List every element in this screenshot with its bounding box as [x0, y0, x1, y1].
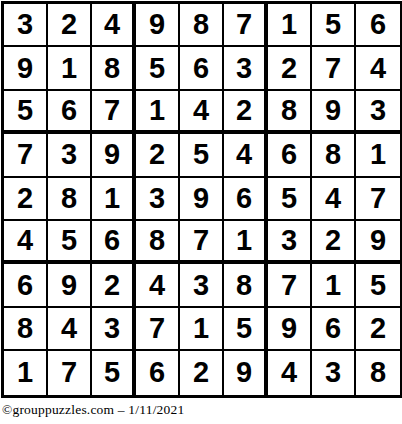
- sudoku-cell-r1c6: 7: [224, 4, 268, 47]
- sudoku-cell-r1c9: 6: [356, 4, 400, 47]
- sudoku-cell-r7c4: 4: [136, 264, 180, 307]
- sudoku-cell-r9c2: 7: [48, 351, 92, 394]
- sudoku-cell-r5c3: 1: [92, 178, 136, 221]
- sudoku-cell-r5c4: 3: [136, 178, 180, 221]
- sudoku-cell-r2c1: 9: [4, 47, 48, 90]
- sudoku-cell-r9c6: 9: [224, 351, 268, 394]
- sudoku-cell-r3c9: 3: [356, 91, 400, 134]
- sudoku-cell-r5c8: 4: [312, 178, 356, 221]
- sudoku-cell-r1c3: 4: [92, 4, 136, 47]
- sudoku-cell-r2c5: 6: [180, 47, 224, 90]
- sudoku-cell-r8c1: 8: [4, 308, 48, 351]
- sudoku-cell-r1c5: 8: [180, 4, 224, 47]
- sudoku-cell-r5c5: 9: [180, 178, 224, 221]
- sudoku-cell-r8c2: 4: [48, 308, 92, 351]
- sudoku-cell-r6c4: 8: [136, 221, 180, 264]
- sudoku-cell-r4c6: 4: [224, 134, 268, 177]
- sudoku-cell-r8c6: 5: [224, 308, 268, 351]
- sudoku-cell-r6c7: 3: [268, 221, 312, 264]
- sudoku-cell-r4c7: 6: [268, 134, 312, 177]
- sudoku-cell-r6c2: 5: [48, 221, 92, 264]
- sudoku-cell-r9c3: 5: [92, 351, 136, 394]
- sudoku-cell-r3c6: 2: [224, 91, 268, 134]
- sudoku-cell-r8c9: 2: [356, 308, 400, 351]
- sudoku-cell-r1c1: 3: [4, 4, 48, 47]
- sudoku-cell-r8c8: 6: [312, 308, 356, 351]
- sudoku-cell-r4c2: 3: [48, 134, 92, 177]
- sudoku-cell-r6c6: 1: [224, 221, 268, 264]
- sudoku-cell-r6c5: 7: [180, 221, 224, 264]
- sudoku-cell-r6c1: 4: [4, 221, 48, 264]
- sudoku-cell-r7c9: 5: [356, 264, 400, 307]
- sudoku-cell-r3c3: 7: [92, 91, 136, 134]
- sudoku-cell-r4c3: 9: [92, 134, 136, 177]
- sudoku-cell-r6c3: 6: [92, 221, 136, 264]
- sudoku-cell-r5c6: 6: [224, 178, 268, 221]
- sudoku-cell-r3c1: 5: [4, 91, 48, 134]
- sudoku-cell-r2c2: 1: [48, 47, 92, 90]
- sudoku-cell-r7c6: 8: [224, 264, 268, 307]
- sudoku-board: 3249871569185632745671428937392546812813…: [1, 1, 402, 398]
- sudoku-cell-r1c8: 5: [312, 4, 356, 47]
- sudoku-cell-r7c5: 3: [180, 264, 224, 307]
- sudoku-cell-r3c4: 1: [136, 91, 180, 134]
- sudoku-cell-r9c4: 6: [136, 351, 180, 394]
- sudoku-cell-r8c5: 1: [180, 308, 224, 351]
- sudoku-cell-r4c9: 1: [356, 134, 400, 177]
- sudoku-cell-r1c7: 1: [268, 4, 312, 47]
- sudoku-cell-r6c8: 2: [312, 221, 356, 264]
- sudoku-cell-r2c9: 4: [356, 47, 400, 90]
- sudoku-cell-r9c7: 4: [268, 351, 312, 394]
- sudoku-cell-r5c7: 5: [268, 178, 312, 221]
- sudoku-cell-r7c3: 2: [92, 264, 136, 307]
- sudoku-cell-r1c2: 2: [48, 4, 92, 47]
- sudoku-cell-r7c7: 7: [268, 264, 312, 307]
- sudoku-cell-r6c9: 9: [356, 221, 400, 264]
- sudoku-cell-r7c1: 6: [4, 264, 48, 307]
- sudoku-cell-r1c4: 9: [136, 4, 180, 47]
- sudoku-cell-r2c7: 2: [268, 47, 312, 90]
- copyright-text: ©grouppuzzles.com – 1/11/2021: [1, 402, 401, 418]
- sudoku-cell-r5c9: 7: [356, 178, 400, 221]
- sudoku-cell-r4c5: 5: [180, 134, 224, 177]
- sudoku-cell-r9c9: 8: [356, 351, 400, 394]
- sudoku-cell-r9c8: 3: [312, 351, 356, 394]
- sudoku-cell-r8c4: 7: [136, 308, 180, 351]
- sudoku-cell-r5c2: 8: [48, 178, 92, 221]
- sudoku-cell-r9c5: 2: [180, 351, 224, 394]
- sudoku-cell-r3c8: 9: [312, 91, 356, 134]
- sudoku-cell-r3c2: 6: [48, 91, 92, 134]
- sudoku-cell-r4c8: 8: [312, 134, 356, 177]
- sudoku-cell-r4c4: 2: [136, 134, 180, 177]
- sudoku-cell-r9c1: 1: [4, 351, 48, 394]
- sudoku-cell-r7c8: 1: [312, 264, 356, 307]
- sudoku-cell-r2c4: 5: [136, 47, 180, 90]
- sudoku-cell-r5c1: 2: [4, 178, 48, 221]
- sudoku-cell-r8c7: 9: [268, 308, 312, 351]
- sudoku-cell-r2c3: 8: [92, 47, 136, 90]
- sudoku-cell-r2c6: 3: [224, 47, 268, 90]
- sudoku-cell-r4c1: 7: [4, 134, 48, 177]
- sudoku-cell-r7c2: 9: [48, 264, 92, 307]
- sudoku-cell-r3c7: 8: [268, 91, 312, 134]
- sudoku-cell-r3c5: 4: [180, 91, 224, 134]
- sudoku-cell-r2c8: 7: [312, 47, 356, 90]
- sudoku-cell-r8c3: 3: [92, 308, 136, 351]
